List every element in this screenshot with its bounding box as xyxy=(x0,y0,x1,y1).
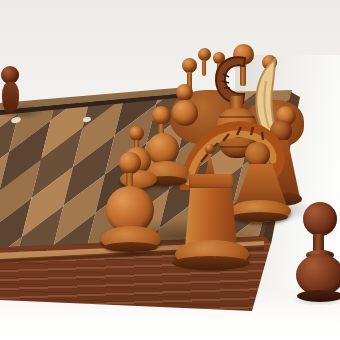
dark-pawn-right[interactable] xyxy=(296,202,340,302)
pawn-piece-front[interactable] xyxy=(100,152,162,252)
dark-pawn-left[interactable] xyxy=(0,64,24,118)
rook-tower-piece[interactable] xyxy=(172,144,252,272)
chess-photo-scene xyxy=(0,0,340,340)
